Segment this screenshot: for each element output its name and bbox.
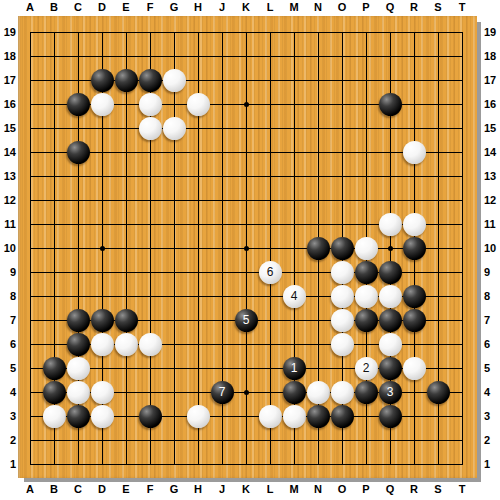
intersection-S1[interactable] [426, 452, 450, 476]
intersection-S3[interactable] [426, 404, 450, 428]
intersection-J18[interactable] [210, 44, 234, 68]
intersection-Q7[interactable] [378, 308, 402, 332]
intersection-E15[interactable] [114, 116, 138, 140]
intersection-M7[interactable] [282, 308, 306, 332]
intersection-P8[interactable] [354, 284, 378, 308]
intersection-E4[interactable] [114, 380, 138, 404]
intersection-Q17[interactable] [378, 68, 402, 92]
intersection-R11[interactable] [402, 212, 426, 236]
intersection-P7[interactable] [354, 308, 378, 332]
intersection-H14[interactable] [186, 140, 210, 164]
intersection-Q13[interactable] [378, 164, 402, 188]
intersection-S9[interactable] [426, 260, 450, 284]
black-stone-R10[interactable] [403, 237, 426, 260]
intersection-J14[interactable] [210, 140, 234, 164]
intersection-Q9[interactable] [378, 260, 402, 284]
intersection-M12[interactable] [282, 188, 306, 212]
white-stone-D16[interactable] [91, 93, 114, 116]
intersection-O17[interactable] [330, 68, 354, 92]
intersection-M10[interactable] [282, 236, 306, 260]
intersection-N15[interactable] [306, 116, 330, 140]
intersection-F6[interactable] [138, 332, 162, 356]
intersection-E7[interactable] [114, 308, 138, 332]
intersection-N19[interactable] [306, 20, 330, 44]
intersection-N12[interactable] [306, 188, 330, 212]
intersection-S12[interactable] [426, 188, 450, 212]
intersection-M13[interactable] [282, 164, 306, 188]
intersection-B6[interactable] [42, 332, 66, 356]
intersection-J13[interactable] [210, 164, 234, 188]
intersection-C18[interactable] [66, 44, 90, 68]
black-stone-D17[interactable] [91, 69, 114, 92]
black-stone-Q7[interactable] [379, 309, 402, 332]
intersection-T15[interactable] [450, 116, 474, 140]
intersection-D10[interactable] [90, 236, 114, 260]
intersection-L8[interactable] [258, 284, 282, 308]
intersection-M15[interactable] [282, 116, 306, 140]
intersection-T1[interactable] [450, 452, 474, 476]
intersection-C4[interactable] [66, 380, 90, 404]
intersection-A7[interactable] [18, 308, 42, 332]
intersection-B19[interactable] [42, 20, 66, 44]
intersection-J2[interactable] [210, 428, 234, 452]
intersection-G12[interactable] [162, 188, 186, 212]
intersection-H9[interactable] [186, 260, 210, 284]
black-stone-C6[interactable] [67, 333, 90, 356]
intersection-N3[interactable] [306, 404, 330, 428]
intersection-C9[interactable] [66, 260, 90, 284]
intersection-H15[interactable] [186, 116, 210, 140]
intersection-Q11[interactable] [378, 212, 402, 236]
intersection-B2[interactable] [42, 428, 66, 452]
intersection-P17[interactable] [354, 68, 378, 92]
intersection-F4[interactable] [138, 380, 162, 404]
intersection-N10[interactable] [306, 236, 330, 260]
intersection-H16[interactable] [186, 92, 210, 116]
intersection-J8[interactable] [210, 284, 234, 308]
intersection-D9[interactable] [90, 260, 114, 284]
intersection-Q12[interactable] [378, 188, 402, 212]
intersection-R12[interactable] [402, 188, 426, 212]
intersection-M4[interactable] [282, 380, 306, 404]
intersection-Q16[interactable] [378, 92, 402, 116]
intersection-K5[interactable] [234, 356, 258, 380]
intersection-H4[interactable] [186, 380, 210, 404]
intersection-E8[interactable] [114, 284, 138, 308]
black-stone-O10[interactable] [331, 237, 354, 260]
intersection-C19[interactable] [66, 20, 90, 44]
intersection-T19[interactable] [450, 20, 474, 44]
intersection-P5[interactable]: 2 [354, 356, 378, 380]
intersection-Q15[interactable] [378, 116, 402, 140]
black-stone-Q4[interactable]: 3 [379, 381, 402, 404]
intersection-N18[interactable] [306, 44, 330, 68]
intersection-G6[interactable] [162, 332, 186, 356]
intersection-N5[interactable] [306, 356, 330, 380]
black-stone-E17[interactable] [115, 69, 138, 92]
intersection-G11[interactable] [162, 212, 186, 236]
intersection-D3[interactable] [90, 404, 114, 428]
intersection-P19[interactable] [354, 20, 378, 44]
intersection-G18[interactable] [162, 44, 186, 68]
intersection-M16[interactable] [282, 92, 306, 116]
white-stone-M8[interactable]: 4 [283, 285, 306, 308]
intersection-M11[interactable] [282, 212, 306, 236]
intersection-S17[interactable] [426, 68, 450, 92]
intersection-N16[interactable] [306, 92, 330, 116]
intersection-T13[interactable] [450, 164, 474, 188]
intersection-Q14[interactable] [378, 140, 402, 164]
intersection-A9[interactable] [18, 260, 42, 284]
intersection-T10[interactable] [450, 236, 474, 260]
intersection-B4[interactable] [42, 380, 66, 404]
intersection-Q6[interactable] [378, 332, 402, 356]
intersection-F1[interactable] [138, 452, 162, 476]
intersection-C11[interactable] [66, 212, 90, 236]
intersection-J11[interactable] [210, 212, 234, 236]
intersection-L13[interactable] [258, 164, 282, 188]
intersection-D7[interactable] [90, 308, 114, 332]
intersection-P18[interactable] [354, 44, 378, 68]
intersection-T8[interactable] [450, 284, 474, 308]
black-stone-D7[interactable] [91, 309, 114, 332]
intersection-M17[interactable] [282, 68, 306, 92]
intersection-T18[interactable] [450, 44, 474, 68]
intersection-B13[interactable] [42, 164, 66, 188]
intersection-C12[interactable] [66, 188, 90, 212]
intersection-B16[interactable] [42, 92, 66, 116]
intersection-A12[interactable] [18, 188, 42, 212]
intersection-A8[interactable] [18, 284, 42, 308]
intersection-O13[interactable] [330, 164, 354, 188]
intersection-E11[interactable] [114, 212, 138, 236]
intersection-D12[interactable] [90, 188, 114, 212]
intersection-E12[interactable] [114, 188, 138, 212]
intersection-C13[interactable] [66, 164, 90, 188]
intersection-Q1[interactable] [378, 452, 402, 476]
intersection-A6[interactable] [18, 332, 42, 356]
intersection-S18[interactable] [426, 44, 450, 68]
intersection-O14[interactable] [330, 140, 354, 164]
white-stone-E6[interactable] [115, 333, 138, 356]
intersection-A13[interactable] [18, 164, 42, 188]
intersection-D18[interactable] [90, 44, 114, 68]
intersection-R17[interactable] [402, 68, 426, 92]
intersection-Q2[interactable] [378, 428, 402, 452]
intersection-N2[interactable] [306, 428, 330, 452]
intersection-G9[interactable] [162, 260, 186, 284]
intersection-C8[interactable] [66, 284, 90, 308]
intersection-F14[interactable] [138, 140, 162, 164]
intersection-B8[interactable] [42, 284, 66, 308]
black-stone-B5[interactable] [43, 357, 66, 380]
intersection-P14[interactable] [354, 140, 378, 164]
intersection-K14[interactable] [234, 140, 258, 164]
intersection-N8[interactable] [306, 284, 330, 308]
intersection-R8[interactable] [402, 284, 426, 308]
intersection-R2[interactable] [402, 428, 426, 452]
intersection-K18[interactable] [234, 44, 258, 68]
intersection-H5[interactable] [186, 356, 210, 380]
white-stone-O7[interactable] [331, 309, 354, 332]
white-stone-Q8[interactable] [379, 285, 402, 308]
intersection-B12[interactable] [42, 188, 66, 212]
intersection-C2[interactable] [66, 428, 90, 452]
intersection-K11[interactable] [234, 212, 258, 236]
black-stone-Q9[interactable] [379, 261, 402, 284]
white-stone-P5[interactable]: 2 [355, 357, 378, 380]
intersection-E5[interactable] [114, 356, 138, 380]
intersection-F7[interactable] [138, 308, 162, 332]
intersection-Q4[interactable]: 3 [378, 380, 402, 404]
intersection-L19[interactable] [258, 20, 282, 44]
intersection-N17[interactable] [306, 68, 330, 92]
black-stone-S4[interactable] [427, 381, 450, 404]
white-stone-P10[interactable] [355, 237, 378, 260]
intersection-P4[interactable] [354, 380, 378, 404]
white-stone-D3[interactable] [91, 405, 114, 428]
white-stone-Q6[interactable] [379, 333, 402, 356]
intersection-L16[interactable] [258, 92, 282, 116]
intersection-Q10[interactable] [378, 236, 402, 260]
intersection-A16[interactable] [18, 92, 42, 116]
intersection-G10[interactable] [162, 236, 186, 260]
intersection-H19[interactable] [186, 20, 210, 44]
intersection-F13[interactable] [138, 164, 162, 188]
black-stone-O3[interactable] [331, 405, 354, 428]
intersection-F5[interactable] [138, 356, 162, 380]
intersection-O4[interactable] [330, 380, 354, 404]
black-stone-E7[interactable] [115, 309, 138, 332]
intersection-C15[interactable] [66, 116, 90, 140]
intersection-K1[interactable] [234, 452, 258, 476]
intersection-G1[interactable] [162, 452, 186, 476]
intersection-D17[interactable] [90, 68, 114, 92]
white-stone-R14[interactable] [403, 141, 426, 164]
intersection-G5[interactable] [162, 356, 186, 380]
intersection-N7[interactable] [306, 308, 330, 332]
intersection-C3[interactable] [66, 404, 90, 428]
intersection-K9[interactable] [234, 260, 258, 284]
intersection-D11[interactable] [90, 212, 114, 236]
white-stone-L9[interactable]: 6 [259, 261, 282, 284]
intersection-A19[interactable] [18, 20, 42, 44]
white-stone-F16[interactable] [139, 93, 162, 116]
intersection-L9[interactable]: 6 [258, 260, 282, 284]
intersection-H3[interactable] [186, 404, 210, 428]
intersection-H13[interactable] [186, 164, 210, 188]
black-stone-C16[interactable] [67, 93, 90, 116]
intersection-L12[interactable] [258, 188, 282, 212]
intersection-J6[interactable] [210, 332, 234, 356]
white-stone-C4[interactable] [67, 381, 90, 404]
intersection-T12[interactable] [450, 188, 474, 212]
intersection-A11[interactable] [18, 212, 42, 236]
intersection-F9[interactable] [138, 260, 162, 284]
black-stone-Q16[interactable] [379, 93, 402, 116]
intersection-H17[interactable] [186, 68, 210, 92]
intersection-E3[interactable] [114, 404, 138, 428]
white-stone-L3[interactable] [259, 405, 282, 428]
intersection-G8[interactable] [162, 284, 186, 308]
intersection-L18[interactable] [258, 44, 282, 68]
intersection-S6[interactable] [426, 332, 450, 356]
intersection-C17[interactable] [66, 68, 90, 92]
intersection-L2[interactable] [258, 428, 282, 452]
intersection-M19[interactable] [282, 20, 306, 44]
intersection-H1[interactable] [186, 452, 210, 476]
intersection-R6[interactable] [402, 332, 426, 356]
intersection-M18[interactable] [282, 44, 306, 68]
black-stone-C3[interactable] [67, 405, 90, 428]
intersection-T9[interactable] [450, 260, 474, 284]
intersection-P16[interactable] [354, 92, 378, 116]
black-stone-P7[interactable] [355, 309, 378, 332]
intersection-T14[interactable] [450, 140, 474, 164]
intersection-Q5[interactable] [378, 356, 402, 380]
intersection-G15[interactable] [162, 116, 186, 140]
intersection-T2[interactable] [450, 428, 474, 452]
intersection-S5[interactable] [426, 356, 450, 380]
intersection-P2[interactable] [354, 428, 378, 452]
white-stone-F15[interactable] [139, 117, 162, 140]
intersection-O5[interactable] [330, 356, 354, 380]
intersection-G14[interactable] [162, 140, 186, 164]
intersection-F19[interactable] [138, 20, 162, 44]
black-stone-Q5[interactable] [379, 357, 402, 380]
intersection-L15[interactable] [258, 116, 282, 140]
intersection-P15[interactable] [354, 116, 378, 140]
intersection-T5[interactable] [450, 356, 474, 380]
intersection-A18[interactable] [18, 44, 42, 68]
intersection-F11[interactable] [138, 212, 162, 236]
intersection-H8[interactable] [186, 284, 210, 308]
intersection-O8[interactable] [330, 284, 354, 308]
intersection-S13[interactable] [426, 164, 450, 188]
black-stone-J4[interactable]: 7 [211, 381, 234, 404]
intersection-P1[interactable] [354, 452, 378, 476]
black-stone-F17[interactable] [139, 69, 162, 92]
intersection-K15[interactable] [234, 116, 258, 140]
intersection-B14[interactable] [42, 140, 66, 164]
intersection-R16[interactable] [402, 92, 426, 116]
intersection-O6[interactable] [330, 332, 354, 356]
intersection-H11[interactable] [186, 212, 210, 236]
black-stone-C7[interactable] [67, 309, 90, 332]
intersection-M5[interactable]: 1 [282, 356, 306, 380]
intersection-J9[interactable] [210, 260, 234, 284]
intersection-C5[interactable] [66, 356, 90, 380]
intersection-R14[interactable] [402, 140, 426, 164]
intersection-R4[interactable] [402, 380, 426, 404]
intersection-G4[interactable] [162, 380, 186, 404]
intersection-S4[interactable] [426, 380, 450, 404]
intersection-L5[interactable] [258, 356, 282, 380]
intersection-A10[interactable] [18, 236, 42, 260]
intersection-F16[interactable] [138, 92, 162, 116]
intersection-L10[interactable] [258, 236, 282, 260]
intersection-T4[interactable] [450, 380, 474, 404]
intersection-G19[interactable] [162, 20, 186, 44]
intersection-O12[interactable] [330, 188, 354, 212]
white-stone-O6[interactable] [331, 333, 354, 356]
intersection-L1[interactable] [258, 452, 282, 476]
intersection-J16[interactable] [210, 92, 234, 116]
intersection-A5[interactable] [18, 356, 42, 380]
intersection-C1[interactable] [66, 452, 90, 476]
intersection-H2[interactable] [186, 428, 210, 452]
intersection-K19[interactable] [234, 20, 258, 44]
intersection-L6[interactable] [258, 332, 282, 356]
intersection-J10[interactable] [210, 236, 234, 260]
intersection-P9[interactable] [354, 260, 378, 284]
intersection-R10[interactable] [402, 236, 426, 260]
intersection-S8[interactable] [426, 284, 450, 308]
intersection-F3[interactable] [138, 404, 162, 428]
intersection-O3[interactable] [330, 404, 354, 428]
intersection-A15[interactable] [18, 116, 42, 140]
intersection-D1[interactable] [90, 452, 114, 476]
intersection-A1[interactable] [18, 452, 42, 476]
intersection-B5[interactable] [42, 356, 66, 380]
intersection-T16[interactable] [450, 92, 474, 116]
intersection-D8[interactable] [90, 284, 114, 308]
intersection-F2[interactable] [138, 428, 162, 452]
intersection-Q8[interactable] [378, 284, 402, 308]
intersection-R19[interactable] [402, 20, 426, 44]
intersection-E13[interactable] [114, 164, 138, 188]
intersection-F12[interactable] [138, 188, 162, 212]
intersection-M9[interactable] [282, 260, 306, 284]
intersection-M1[interactable] [282, 452, 306, 476]
black-stone-N3[interactable] [307, 405, 330, 428]
intersection-J7[interactable] [210, 308, 234, 332]
intersection-J12[interactable] [210, 188, 234, 212]
intersection-E18[interactable] [114, 44, 138, 68]
intersection-A3[interactable] [18, 404, 42, 428]
intersection-K12[interactable] [234, 188, 258, 212]
intersection-O11[interactable] [330, 212, 354, 236]
black-stone-P9[interactable] [355, 261, 378, 284]
intersection-B10[interactable] [42, 236, 66, 260]
intersection-T6[interactable] [450, 332, 474, 356]
intersection-L14[interactable] [258, 140, 282, 164]
intersection-H18[interactable] [186, 44, 210, 68]
intersection-J19[interactable] [210, 20, 234, 44]
intersection-K7[interactable]: 5 [234, 308, 258, 332]
white-stone-P8[interactable] [355, 285, 378, 308]
intersection-D4[interactable] [90, 380, 114, 404]
intersection-K16[interactable] [234, 92, 258, 116]
intersection-K6[interactable] [234, 332, 258, 356]
intersection-S19[interactable] [426, 20, 450, 44]
intersection-O7[interactable] [330, 308, 354, 332]
white-stone-Q11[interactable] [379, 213, 402, 236]
intersection-M3[interactable] [282, 404, 306, 428]
intersection-M2[interactable] [282, 428, 306, 452]
intersection-H6[interactable] [186, 332, 210, 356]
intersection-T17[interactable] [450, 68, 474, 92]
intersection-F8[interactable] [138, 284, 162, 308]
black-stone-C14[interactable] [67, 141, 90, 164]
intersection-Q19[interactable] [378, 20, 402, 44]
intersection-B9[interactable] [42, 260, 66, 284]
intersection-R5[interactable] [402, 356, 426, 380]
intersection-A2[interactable] [18, 428, 42, 452]
intersection-R18[interactable] [402, 44, 426, 68]
intersection-G13[interactable] [162, 164, 186, 188]
intersection-L11[interactable] [258, 212, 282, 236]
